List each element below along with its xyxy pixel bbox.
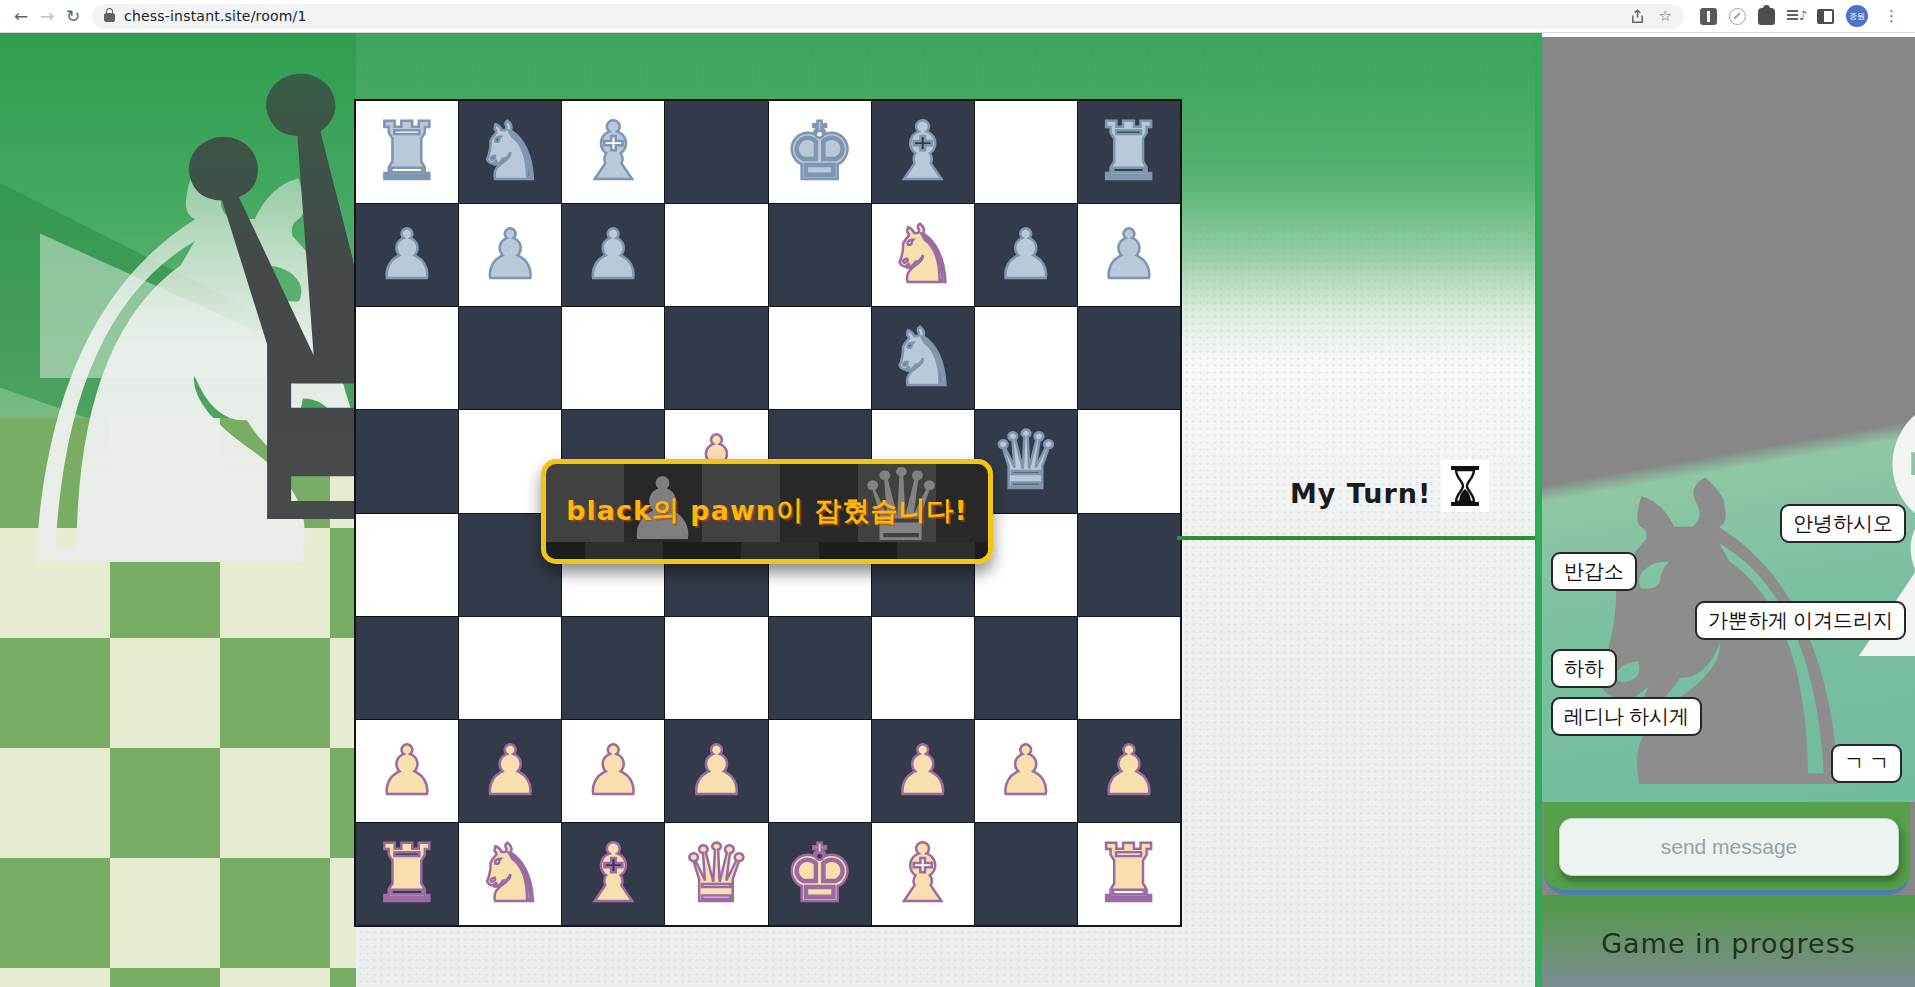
square-c2[interactable]: ♟ — [562, 720, 664, 822]
piece-white-r-h1[interactable]: ♜ — [1078, 823, 1180, 924]
square-a5[interactable] — [356, 410, 458, 512]
piece-black-b-f8[interactable]: ♝ — [872, 101, 974, 202]
padlock-icon — [104, 13, 115, 22]
piece-black-r-h8[interactable]: ♜ — [1078, 101, 1180, 202]
piece-white-b-c1[interactable]: ♝ — [562, 823, 664, 924]
square-f7[interactable]: ♞ — [872, 204, 974, 306]
back-icon[interactable]: ← — [8, 6, 34, 26]
square-g1[interactable] — [975, 823, 1077, 925]
square-b1[interactable]: ♞ — [459, 823, 561, 925]
square-b7[interactable]: ♟ — [459, 204, 561, 306]
chat-message: 반갑소 — [1551, 552, 1637, 591]
piece-black-b-c8[interactable]: ♝ — [562, 101, 664, 202]
square-e2[interactable] — [769, 720, 871, 822]
square-e7[interactable] — [769, 204, 871, 306]
square-a4[interactable] — [356, 514, 458, 616]
piece-white-k-e1[interactable]: ♚ — [769, 823, 871, 924]
square-a8[interactable]: ♜ — [356, 101, 458, 203]
square-e1[interactable]: ♚ — [769, 823, 871, 925]
square-h3[interactable] — [1078, 617, 1180, 719]
refresh-icon[interactable]: ↻ — [60, 6, 86, 26]
square-f1[interactable]: ♝ — [872, 823, 974, 925]
piece-black-r-a8[interactable]: ♜ — [356, 101, 458, 202]
piece-white-p-b2[interactable]: ♟ — [459, 720, 561, 821]
piece-white-b-f1[interactable]: ♝ — [872, 823, 974, 924]
url-text[interactable]: chess-instant.site/room/1 — [124, 8, 307, 24]
piece-white-p-c2[interactable]: ♟ — [562, 720, 664, 821]
piece-white-p-d2[interactable]: ♟ — [665, 720, 767, 821]
piece-black-k-e8[interactable]: ♚ — [769, 101, 871, 202]
square-d8[interactable] — [665, 101, 767, 203]
piece-white-n-b1[interactable]: ♞ — [459, 823, 561, 924]
square-c1[interactable]: ♝ — [562, 823, 664, 925]
capture-message: black의 pawn이 잡혔습니다! — [546, 492, 988, 528]
puzzle-extension-icon[interactable] — [1758, 8, 1775, 25]
piece-white-p-g2[interactable]: ♟ — [975, 720, 1077, 821]
pencil-extension-icon[interactable] — [1729, 8, 1746, 25]
sidebar-divider-line — [1535, 33, 1542, 987]
extension-icon[interactable] — [1700, 8, 1717, 25]
square-h6[interactable] — [1078, 307, 1180, 409]
square-a7[interactable]: ♟ — [356, 204, 458, 306]
square-g8[interactable] — [975, 101, 1077, 203]
piece-black-n-f6[interactable]: ♞ — [872, 307, 974, 408]
share-icon[interactable] — [1630, 9, 1645, 24]
square-g7[interactable]: ♟ — [975, 204, 1077, 306]
game-status-zone: Game in progress — [1542, 895, 1915, 987]
piece-white-n-f7[interactable]: ♞ — [872, 204, 974, 305]
piece-black-p-b7[interactable]: ♟ — [459, 204, 561, 305]
chat-message: ㄱ ㄱ — [1831, 744, 1902, 783]
square-a1[interactable]: ♜ — [356, 823, 458, 925]
green-divider-line — [1177, 536, 1535, 540]
square-a6[interactable] — [356, 307, 458, 409]
bookmark-star-icon[interactable]: ☆ — [1659, 7, 1672, 25]
side-panel-icon[interactable] — [1817, 9, 1834, 24]
chat-message: 가뿐하게 이겨드리지 — [1695, 601, 1906, 640]
forward-icon[interactable]: → — [34, 6, 60, 26]
browser-toolbar: ← → ↻ chess-instant.site/room/1 ☆ 종원 ⋮ — [0, 0, 1915, 33]
extensions-area: 종원 ⋮ — [1694, 5, 1907, 27]
chat-message: 안녕하시오 — [1780, 504, 1906, 543]
square-c7[interactable]: ♟ — [562, 204, 664, 306]
piece-black-p-h7[interactable]: ♟ — [1078, 204, 1180, 305]
square-f8[interactable]: ♝ — [872, 101, 974, 203]
address-bar[interactable]: chess-instant.site/room/1 ☆ — [92, 4, 1684, 29]
square-e3[interactable] — [769, 617, 871, 719]
piece-white-p-a2[interactable]: ♟ — [356, 720, 458, 821]
game-status-label: Game in progress — [1601, 928, 1856, 959]
menu-dots-icon[interactable]: ⋮ — [1884, 7, 1899, 25]
square-h4[interactable] — [1078, 514, 1180, 616]
square-f2[interactable]: ♟ — [872, 720, 974, 822]
square-h1[interactable]: ♜ — [1078, 823, 1180, 925]
piece-white-p-f2[interactable]: ♟ — [872, 720, 974, 821]
piece-white-p-h2[interactable]: ♟ — [1078, 720, 1180, 821]
square-h5[interactable] — [1078, 410, 1180, 512]
send-message-panel — [1544, 802, 1910, 895]
square-b2[interactable]: ♟ — [459, 720, 561, 822]
square-e6[interactable] — [769, 307, 871, 409]
square-e8[interactable]: ♚ — [769, 101, 871, 203]
square-f6[interactable]: ♞ — [872, 307, 974, 409]
square-b8[interactable]: ♞ — [459, 101, 561, 203]
page: ♞ ♛ ♜♞♝♚♝♜♟♟♟♞♟♟♞♟♛♟♟♟♟♟♟♟♜♞♝♛♚♝♜ ♟ ♛ bl… — [0, 33, 1915, 987]
square-c8[interactable]: ♝ — [562, 101, 664, 203]
popup-board-strip — [546, 542, 988, 559]
square-f3[interactable] — [872, 617, 974, 719]
square-d7[interactable] — [665, 204, 767, 306]
hourglass-icon — [1441, 460, 1489, 512]
square-c3[interactable] — [562, 617, 664, 719]
square-g3[interactable] — [975, 617, 1077, 719]
square-a2[interactable]: ♟ — [356, 720, 458, 822]
piece-black-p-g7[interactable]: ♟ — [975, 204, 1077, 305]
turn-indicator: My Turn! — [1290, 460, 1489, 512]
piece-black-p-a7[interactable]: ♟ — [356, 204, 458, 305]
dark-queen-illustration-icon: ♛ — [118, 33, 356, 618]
capture-popup: ♟ ♛ black의 pawn이 잡혔습니다! — [541, 459, 993, 564]
chat-sidebar: ♝ ♞ 안녕하시오 반갑소 가뿐하게 이겨드리지 하하 레디나 하시게 ㄱ ㄱ … — [1542, 33, 1915, 987]
square-h7[interactable]: ♟ — [1078, 204, 1180, 306]
square-d3[interactable] — [665, 617, 767, 719]
piece-white-r-a1[interactable]: ♜ — [356, 823, 458, 924]
chat-input[interactable] — [1559, 818, 1899, 876]
square-c6[interactable] — [562, 307, 664, 409]
chat-message: 하하 — [1551, 649, 1617, 688]
square-h2[interactable]: ♟ — [1078, 720, 1180, 822]
square-a3[interactable] — [356, 617, 458, 719]
media-list-extension-icon[interactable] — [1787, 8, 1805, 24]
chat-message: 레디나 하시게 — [1551, 697, 1702, 736]
piece-black-p-c7[interactable]: ♟ — [562, 204, 664, 305]
profile-avatar[interactable]: 종원 — [1846, 5, 1868, 27]
turn-label: My Turn! — [1290, 464, 1431, 509]
piece-black-n-b8[interactable]: ♞ — [459, 101, 561, 202]
piece-white-q-d1[interactable]: ♛ — [665, 823, 767, 924]
square-b3[interactable] — [459, 617, 561, 719]
square-d6[interactable] — [665, 307, 767, 409]
square-d2[interactable]: ♟ — [665, 720, 767, 822]
square-g6[interactable] — [975, 307, 1077, 409]
left-background-art: ♞ ♛ — [0, 33, 356, 987]
square-d1[interactable]: ♛ — [665, 823, 767, 925]
square-h8[interactable]: ♜ — [1078, 101, 1180, 203]
square-g2[interactable]: ♟ — [975, 720, 1077, 822]
square-b6[interactable] — [459, 307, 561, 409]
main-area: ♞ ♛ ♜♞♝♚♝♜♟♟♟♞♟♟♞♟♛♟♟♟♟♟♟♟♜♞♝♛♚♝♜ ♟ ♛ bl… — [0, 33, 1535, 987]
